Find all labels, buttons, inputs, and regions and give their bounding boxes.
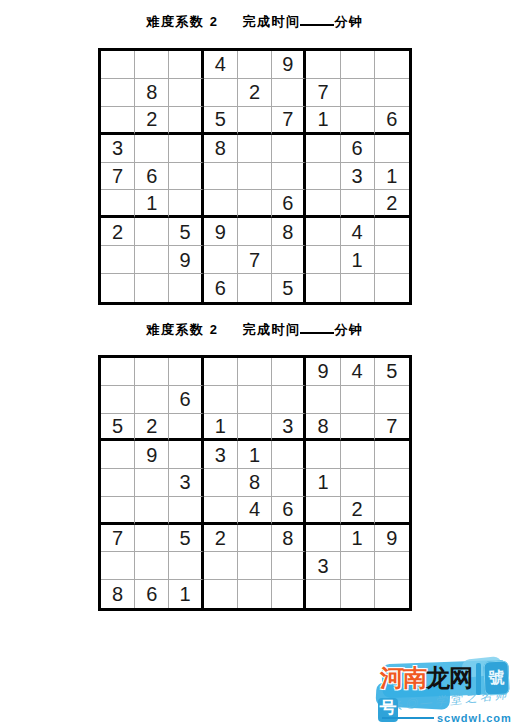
sudoku-cell-r6c7 [306,190,340,218]
sudoku-cell-r6c1 [101,497,135,525]
sudoku-cell-r4c5 [238,135,272,163]
sudoku-cell-r8c2 [135,552,169,580]
sudoku-cell-r9c1 [101,274,135,302]
sudoku-grid-2: 94565213879313814627528193861 [98,355,412,611]
sudoku-cell-r7c4: 9 [204,218,238,246]
sudoku-cell-r9c6 [272,580,306,608]
sudoku-cell-r5c2 [135,469,169,497]
sudoku-cell-r7c6: 8 [272,525,306,553]
sudoku-cell-r3c7: 8 [306,414,340,442]
sudoku-cell-r7c3: 5 [169,525,203,553]
sudoku-cell-r4c2 [135,135,169,163]
sudoku-cell-r2c2: 8 [135,79,169,107]
sudoku-cell-r7c7 [306,218,340,246]
sudoku-cell-r3c3 [169,414,203,442]
sudoku-cell-r4c8 [341,441,375,469]
sudoku-cell-r8c1 [101,552,135,580]
sudoku-cell-r4c3 [169,135,203,163]
sudoku-cell-r6c6: 6 [272,497,306,525]
sudoku-cell-r8c1 [101,246,135,274]
sudoku-cell-r4c9 [375,135,409,163]
sudoku-cell-r2c9 [375,79,409,107]
sudoku-cell-r5c1 [101,469,135,497]
time-blank-line [300,12,334,26]
sudoku-cell-r8c4 [204,552,238,580]
sudoku-cell-r8c6 [272,552,306,580]
sudoku-cell-r9c3 [169,274,203,302]
sudoku-cell-r9c2: 6 [135,580,169,608]
sudoku-cell-r5c9: 1 [375,163,409,191]
sudoku-cell-r2c7 [306,386,340,414]
domain-text: scwdwl.com [434,712,512,724]
sudoku-cell-r1c1 [101,358,135,386]
sudoku-cell-r8c8: 1 [341,246,375,274]
sudoku-cell-r6c8 [341,190,375,218]
sudoku-cell-r5c6 [272,163,306,191]
sudoku-cell-r2c8 [341,79,375,107]
sudoku-cell-r7c1: 7 [101,525,135,553]
sudoku-cell-r1c2 [135,358,169,386]
sudoku-cell-r7c2 [135,218,169,246]
sudoku-cell-r5c9 [375,469,409,497]
sudoku-cell-r4c9 [375,441,409,469]
sudoku-cell-r4c6 [272,441,306,469]
sudoku-cell-r3c2: 2 [135,107,169,135]
sudoku-cell-r1c6: 9 [272,51,306,79]
sudoku-cell-r6c4 [204,190,238,218]
sudoku-cell-r2c8 [341,386,375,414]
sudoku-cell-r2c9 [375,386,409,414]
sudoku-cell-r8c4 [204,246,238,274]
sudoku-cell-r9c9 [375,274,409,302]
sudoku-cell-r3c4: 5 [204,107,238,135]
sudoku-cell-r9c5 [238,274,272,302]
sudoku-cell-r1c6 [272,358,306,386]
sudoku-cell-r6c9: 2 [375,190,409,218]
sudoku-cell-r1c8 [341,51,375,79]
sudoku-cell-r1c9: 5 [375,358,409,386]
sudoku-cell-r7c6: 8 [272,218,306,246]
sudoku-cell-r9c2 [135,274,169,302]
sudoku-cell-r4c8: 6 [341,135,375,163]
sudoku-cell-r4c4: 8 [204,135,238,163]
sudoku-cell-r1c8: 4 [341,358,375,386]
sudoku-cell-r5c4 [204,469,238,497]
sudoku-cell-r2c4 [204,386,238,414]
sudoku-cell-r6c4 [204,497,238,525]
sudoku-cell-r6c3 [169,190,203,218]
sudoku-cell-r5c5: 8 [238,469,272,497]
sudoku-cell-r2c1 [101,79,135,107]
sudoku-cell-r6c8: 2 [341,497,375,525]
sudoku-cell-r9c7 [306,274,340,302]
sudoku-cell-r3c8 [341,414,375,442]
sudoku-cell-r5c8: 3 [341,163,375,191]
sudoku-cell-r5c3: 3 [169,469,203,497]
sudoku-cell-r8c5 [238,552,272,580]
sudoku-cell-r9c4 [204,580,238,608]
puzzle2-header: 难度系数 2完成时间分钟 [98,320,412,339]
sudoku-cell-r2c7: 7 [306,79,340,107]
sudoku-cell-r4c3 [169,441,203,469]
sudoku-cell-r7c8: 4 [341,218,375,246]
sudoku-cell-r4c1: 3 [101,135,135,163]
sudoku-cell-r4c4: 3 [204,441,238,469]
sudoku-cell-r5c5 [238,163,272,191]
sudoku-cell-r3c7: 1 [306,107,340,135]
sudoku-cell-r8c3: 9 [169,246,203,274]
sudoku-cell-r4c5: 1 [238,441,272,469]
domain-row: scwdwl.com [382,712,510,724]
sudoku-cell-r6c9 [375,497,409,525]
sudoku-cell-r3c6: 3 [272,414,306,442]
sudoku-cell-r2c3 [169,79,203,107]
sudoku-cell-r5c1: 7 [101,163,135,191]
sudoku-cell-r8c6 [272,246,306,274]
sudoku-cell-r4c7 [306,441,340,469]
time-suffix: 分钟 [334,322,363,337]
sudoku-cell-r1c9 [375,51,409,79]
sudoku-cell-r8c5: 7 [238,246,272,274]
sudoku-cell-r3c8 [341,107,375,135]
sudoku-cell-r5c7 [306,163,340,191]
sudoku-cell-r9c9 [375,580,409,608]
sudoku-cell-r3c5 [238,107,272,135]
sudoku-cell-r3c1 [101,107,135,135]
sudoku-cell-r1c5 [238,358,272,386]
sudoku-cell-r5c2: 6 [135,163,169,191]
site-name-black: 龙网 [426,664,472,691]
sudoku-cell-r7c9 [375,218,409,246]
sudoku-cell-r6c7 [306,497,340,525]
sudoku-cell-r8c8 [341,552,375,580]
sudoku-cell-r6c5 [238,190,272,218]
sudoku-cell-r7c5 [238,525,272,553]
sudoku-cell-r8c7: 3 [306,552,340,580]
site-watermark: 条◎—学堂之名师 河南龙网 號 号 scwdwl.com [378,650,512,724]
sudoku-cell-r9c8 [341,580,375,608]
seal-text: 號 [488,667,505,689]
sudoku-cell-r8c2 [135,246,169,274]
sudoku-cell-r4c7 [306,135,340,163]
sudoku-cell-r2c4 [204,79,238,107]
sudoku-cell-r5c4 [204,163,238,191]
rule-line [382,717,434,719]
sudoku-cell-r3c9: 6 [375,107,409,135]
sudoku-cell-r2c2 [135,386,169,414]
sudoku-cell-r2c6 [272,79,306,107]
sudoku-cell-r2c5: 2 [238,79,272,107]
difficulty-label: 难度系数 2 [147,322,219,337]
sudoku-cell-r7c8: 1 [341,525,375,553]
sudoku-cell-r3c9: 7 [375,414,409,442]
sudoku-cell-r9c1: 8 [101,580,135,608]
sudoku-cell-r2c6 [272,386,306,414]
sudoku-cell-r7c1: 2 [101,218,135,246]
sudoku-cell-r8c7 [306,246,340,274]
sudoku-cell-r7c7 [306,525,340,553]
divider-bar [476,663,481,695]
sudoku-cell-r3c4: 1 [204,414,238,442]
sudoku-grid-1: 498272571638676311622598497165 [98,48,412,305]
difficulty-label: 难度系数 2 [147,14,219,29]
site-name: 河南龙网 [380,662,472,694]
sudoku-cell-r9c3: 1 [169,580,203,608]
sudoku-cell-r6c2: 1 [135,190,169,218]
sudoku-cell-r6c5: 4 [238,497,272,525]
sudoku-cell-r1c3 [169,358,203,386]
sudoku-cell-r1c4: 4 [204,51,238,79]
sudoku-cell-r8c9 [375,552,409,580]
sudoku-cell-r7c2 [135,525,169,553]
sudoku-cell-r5c7: 1 [306,469,340,497]
puzzle1-header: 难度系数 2完成时间分钟 [98,12,412,31]
sudoku-cell-r1c4 [204,358,238,386]
sudoku-cell-r3c3 [169,107,203,135]
sudoku-cell-r5c8 [341,469,375,497]
time-prefix: 完成时间 [242,322,300,337]
sudoku-cell-r9c6: 5 [272,274,306,302]
sudoku-cell-r9c8 [341,274,375,302]
sudoku-cell-r9c4: 6 [204,274,238,302]
sudoku-cell-r9c7 [306,580,340,608]
sudoku-cell-r4c2: 9 [135,441,169,469]
time-suffix: 分钟 [334,14,363,29]
sudoku-cell-r1c3 [169,51,203,79]
sudoku-cell-r1c1 [101,51,135,79]
sudoku-cell-r5c3 [169,163,203,191]
sudoku-cell-r1c7 [306,51,340,79]
sudoku-cell-r6c1 [101,190,135,218]
site-name-orange: 河南 [380,664,426,691]
sudoku-cell-r3c5 [238,414,272,442]
sudoku-cell-r1c2 [135,51,169,79]
sudoku-cell-r7c3: 5 [169,218,203,246]
sudoku-cell-r8c3 [169,552,203,580]
sudoku-cell-r6c2 [135,497,169,525]
time-prefix: 完成时间 [242,14,300,29]
sudoku-cell-r7c5 [238,218,272,246]
sudoku-cell-r6c6: 6 [272,190,306,218]
sudoku-cell-r1c5 [238,51,272,79]
time-blank-line [300,320,334,334]
sudoku-cell-r3c1: 5 [101,414,135,442]
sudoku-cell-r1c7: 9 [306,358,340,386]
sudoku-cell-r9c5 [238,580,272,608]
seal-stamp-icon: 號 [483,661,509,696]
sudoku-cell-r2c5 [238,386,272,414]
sudoku-cell-r5c6 [272,469,306,497]
sudoku-cell-r7c9: 9 [375,525,409,553]
sudoku-cell-r4c1 [101,441,135,469]
sudoku-cell-r3c2: 2 [135,414,169,442]
sudoku-cell-r3c6: 7 [272,107,306,135]
sudoku-cell-r7c4: 2 [204,525,238,553]
sudoku-cell-r4c6 [272,135,306,163]
sudoku-cell-r8c9 [375,246,409,274]
sudoku-cell-r2c1 [101,386,135,414]
sudoku-cell-r6c3 [169,497,203,525]
sudoku-cell-r2c3: 6 [169,386,203,414]
